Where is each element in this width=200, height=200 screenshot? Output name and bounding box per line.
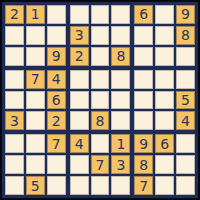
cell-r7c8[interactable]: 6 (155, 134, 174, 153)
box-r2c3: 54 (134, 70, 195, 131)
cell-r2c4[interactable]: 3 (70, 26, 89, 45)
cell-r3c6[interactable]: 8 (111, 47, 130, 66)
box-r3c1: 75 (5, 134, 66, 195)
cell-r4c7[interactable] (134, 70, 153, 89)
cell-r1c9[interactable]: 9 (176, 5, 195, 24)
cell-r2c7[interactable] (134, 26, 153, 45)
cell-r9c5[interactable] (91, 176, 110, 195)
cell-r8c3[interactable] (47, 155, 66, 174)
cell-r5c6[interactable] (111, 91, 130, 110)
cell-r1c5[interactable] (91, 5, 110, 24)
cell-r4c6[interactable] (111, 70, 130, 89)
cell-r1c2[interactable]: 1 (26, 5, 45, 24)
cell-r2c9[interactable]: 8 (176, 26, 195, 45)
cell-r7c3[interactable]: 7 (47, 134, 66, 153)
cell-r6c7[interactable] (134, 111, 153, 130)
cell-r4c8[interactable] (155, 70, 174, 89)
cell-r7c4[interactable]: 4 (70, 134, 89, 153)
cell-r9c3[interactable] (47, 176, 66, 195)
cell-r3c1[interactable] (5, 47, 24, 66)
cell-r4c5[interactable] (91, 70, 110, 89)
cell-r1c8[interactable] (155, 5, 174, 24)
cell-r7c6[interactable]: 1 (111, 134, 130, 153)
cell-r4c3[interactable]: 4 (47, 70, 66, 89)
cell-r5c1[interactable] (5, 91, 24, 110)
cell-r6c6[interactable] (111, 111, 130, 130)
cell-r6c4[interactable] (70, 111, 89, 130)
cell-r9c8[interactable] (155, 176, 174, 195)
cell-r4c1[interactable] (5, 70, 24, 89)
sudoku-board: 219328698746328547541739687 (2, 2, 198, 198)
cell-r6c2[interactable] (26, 111, 45, 130)
cell-r6c1[interactable]: 3 (5, 111, 24, 130)
cell-r5c7[interactable] (134, 91, 153, 110)
cell-r8c8[interactable] (155, 155, 174, 174)
cell-r3c8[interactable] (155, 47, 174, 66)
cell-r2c5[interactable] (91, 26, 110, 45)
cell-r8c4[interactable] (70, 155, 89, 174)
cell-r9c1[interactable] (5, 176, 24, 195)
cell-r2c6[interactable] (111, 26, 130, 45)
cell-r5c9[interactable]: 5 (176, 91, 195, 110)
box-r3c2: 4173 (70, 134, 131, 195)
cell-r8c2[interactable] (26, 155, 45, 174)
cell-r2c1[interactable] (5, 26, 24, 45)
cell-r1c4[interactable] (70, 5, 89, 24)
cell-r8c9[interactable] (176, 155, 195, 174)
cell-r7c9[interactable] (176, 134, 195, 153)
cell-r4c9[interactable] (176, 70, 195, 89)
cell-r9c4[interactable] (70, 176, 89, 195)
cell-r4c4[interactable] (70, 70, 89, 89)
cell-r4c2[interactable]: 7 (26, 70, 45, 89)
cell-r2c8[interactable] (155, 26, 174, 45)
cell-r7c7[interactable]: 9 (134, 134, 153, 153)
cell-r2c3[interactable] (47, 26, 66, 45)
cell-r5c4[interactable] (70, 91, 89, 110)
cell-r9c2[interactable]: 5 (26, 176, 45, 195)
cell-r1c6[interactable] (111, 5, 130, 24)
cell-r5c5[interactable] (91, 91, 110, 110)
cell-r9c6[interactable] (111, 176, 130, 195)
cell-r1c7[interactable]: 6 (134, 5, 153, 24)
cell-r3c3[interactable]: 9 (47, 47, 66, 66)
cell-r1c1[interactable]: 2 (5, 5, 24, 24)
cell-r7c1[interactable] (5, 134, 24, 153)
cell-r3c7[interactable] (134, 47, 153, 66)
cell-r9c7[interactable]: 7 (134, 176, 153, 195)
cell-r6c9[interactable]: 4 (176, 111, 195, 130)
cell-r8c5[interactable]: 7 (91, 155, 110, 174)
cell-r6c3[interactable]: 2 (47, 111, 66, 130)
cell-r7c2[interactable] (26, 134, 45, 153)
cell-r5c3[interactable]: 6 (47, 91, 66, 110)
cell-r6c8[interactable] (155, 111, 174, 130)
sudoku-app-frame: 219328698746328547541739687 (0, 0, 200, 200)
box-r1c3: 698 (134, 5, 195, 66)
cell-r3c5[interactable] (91, 47, 110, 66)
cell-r3c2[interactable] (26, 47, 45, 66)
cell-r1c3[interactable] (47, 5, 66, 24)
cell-r5c8[interactable] (155, 91, 174, 110)
cell-r5c2[interactable] (26, 91, 45, 110)
box-r2c1: 74632 (5, 70, 66, 131)
cell-r9c9[interactable] (176, 176, 195, 195)
cell-r6c5[interactable]: 8 (91, 111, 110, 130)
cell-r3c9[interactable] (176, 47, 195, 66)
cell-r7c5[interactable] (91, 134, 110, 153)
cell-r2c2[interactable] (26, 26, 45, 45)
cell-r8c6[interactable]: 3 (111, 155, 130, 174)
box-r1c2: 328 (70, 5, 131, 66)
box-r1c1: 219 (5, 5, 66, 66)
box-r2c2: 8 (70, 70, 131, 131)
cell-r8c7[interactable]: 8 (134, 155, 153, 174)
box-r3c3: 9687 (134, 134, 195, 195)
cell-r3c4[interactable]: 2 (70, 47, 89, 66)
cell-r8c1[interactable] (5, 155, 24, 174)
